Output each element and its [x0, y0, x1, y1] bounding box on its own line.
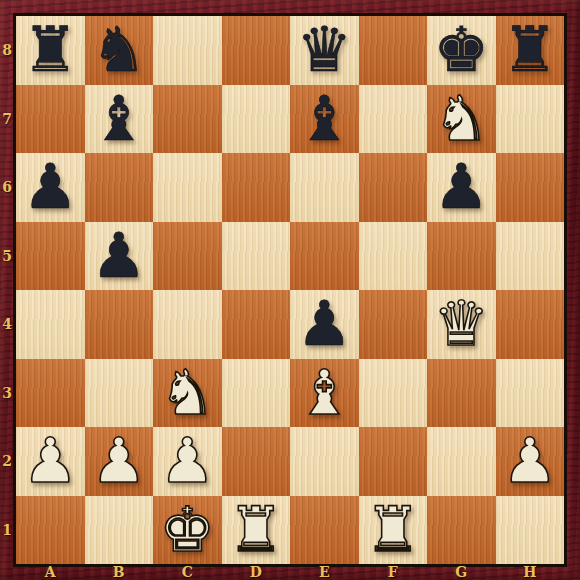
- square-e8[interactable]: ♛: [290, 16, 359, 85]
- square-c3[interactable]: ♞: [153, 359, 222, 428]
- file-label-h: H: [496, 564, 565, 580]
- square-c5[interactable]: [153, 222, 222, 291]
- piece-white-queen[interactable]: ♛: [433, 293, 489, 355]
- rank-label-3: 3: [0, 359, 14, 428]
- square-c1[interactable]: ♚: [153, 496, 222, 565]
- square-c6[interactable]: [153, 153, 222, 222]
- file-label-g: G: [427, 564, 496, 580]
- square-b3[interactable]: [85, 359, 154, 428]
- square-h4[interactable]: [496, 290, 565, 359]
- square-b7[interactable]: ♝: [85, 85, 154, 154]
- square-g7[interactable]: ♞: [427, 85, 496, 154]
- square-b2[interactable]: ♟: [85, 427, 154, 496]
- piece-white-knight[interactable]: ♞: [433, 88, 489, 150]
- piece-white-rook[interactable]: ♜: [365, 499, 421, 561]
- square-b8[interactable]: ♞: [85, 16, 154, 85]
- square-c8[interactable]: [153, 16, 222, 85]
- square-a5[interactable]: [16, 222, 85, 291]
- square-b6[interactable]: [85, 153, 154, 222]
- square-d7[interactable]: [222, 85, 291, 154]
- piece-white-bishop[interactable]: ♝: [296, 362, 352, 424]
- piece-black-bishop[interactable]: ♝: [296, 88, 352, 150]
- piece-black-pawn[interactable]: ♟: [91, 225, 147, 287]
- square-d4[interactable]: [222, 290, 291, 359]
- file-labels: ABCDEFGH: [16, 564, 564, 580]
- file-label-b: B: [85, 564, 154, 580]
- square-b1[interactable]: [85, 496, 154, 565]
- square-h2[interactable]: ♟: [496, 427, 565, 496]
- piece-white-rook[interactable]: ♜: [228, 499, 284, 561]
- square-d6[interactable]: [222, 153, 291, 222]
- rank-label-6: 6: [0, 153, 14, 222]
- square-a1[interactable]: [16, 496, 85, 565]
- piece-black-pawn[interactable]: ♟: [22, 156, 78, 218]
- square-c2[interactable]: ♟: [153, 427, 222, 496]
- square-g1[interactable]: [427, 496, 496, 565]
- piece-white-pawn[interactable]: ♟: [22, 430, 78, 492]
- square-b4[interactable]: [85, 290, 154, 359]
- board-frame: 87654321 ♜♞♛♚♜♝♝♞♟♟♟♟♛♞♝♟♟♟♟♚♜♜ ABCDEFGH: [0, 0, 580, 580]
- square-f5[interactable]: [359, 222, 428, 291]
- square-a7[interactable]: [16, 85, 85, 154]
- square-e4[interactable]: ♟: [290, 290, 359, 359]
- square-h5[interactable]: [496, 222, 565, 291]
- square-g6[interactable]: ♟: [427, 153, 496, 222]
- piece-black-king[interactable]: ♚: [433, 19, 489, 81]
- rank-label-7: 7: [0, 85, 14, 154]
- square-f4[interactable]: [359, 290, 428, 359]
- square-f6[interactable]: [359, 153, 428, 222]
- piece-white-pawn[interactable]: ♟: [502, 430, 558, 492]
- file-label-a: A: [16, 564, 85, 580]
- square-h1[interactable]: [496, 496, 565, 565]
- square-e3[interactable]: ♝: [290, 359, 359, 428]
- piece-black-rook[interactable]: ♜: [502, 19, 558, 81]
- square-f3[interactable]: [359, 359, 428, 428]
- square-f8[interactable]: [359, 16, 428, 85]
- square-a3[interactable]: [16, 359, 85, 428]
- rank-label-2: 2: [0, 427, 14, 496]
- piece-white-pawn[interactable]: ♟: [91, 430, 147, 492]
- file-label-f: F: [359, 564, 428, 580]
- square-a4[interactable]: [16, 290, 85, 359]
- square-f2[interactable]: [359, 427, 428, 496]
- piece-black-bishop[interactable]: ♝: [91, 88, 147, 150]
- square-g2[interactable]: [427, 427, 496, 496]
- square-g3[interactable]: [427, 359, 496, 428]
- square-c7[interactable]: [153, 85, 222, 154]
- square-h3[interactable]: [496, 359, 565, 428]
- square-f1[interactable]: ♜: [359, 496, 428, 565]
- file-label-e: E: [290, 564, 359, 580]
- file-label-d: D: [222, 564, 291, 580]
- square-e5[interactable]: [290, 222, 359, 291]
- rank-labels: 87654321: [0, 16, 14, 564]
- square-b5[interactable]: ♟: [85, 222, 154, 291]
- rank-label-8: 8: [0, 16, 14, 85]
- piece-white-king[interactable]: ♚: [159, 499, 215, 561]
- square-h7[interactable]: [496, 85, 565, 154]
- square-e2[interactable]: [290, 427, 359, 496]
- rank-label-4: 4: [0, 290, 14, 359]
- square-c4[interactable]: [153, 290, 222, 359]
- square-h6[interactable]: [496, 153, 565, 222]
- rank-label-5: 5: [0, 222, 14, 291]
- square-e7[interactable]: ♝: [290, 85, 359, 154]
- square-a8[interactable]: ♜: [16, 16, 85, 85]
- square-d3[interactable]: [222, 359, 291, 428]
- piece-black-knight[interactable]: ♞: [91, 19, 147, 81]
- square-g8[interactable]: ♚: [427, 16, 496, 85]
- piece-white-pawn[interactable]: ♟: [159, 430, 215, 492]
- piece-black-queen[interactable]: ♛: [296, 19, 352, 81]
- square-d2[interactable]: [222, 427, 291, 496]
- piece-black-pawn[interactable]: ♟: [433, 156, 489, 218]
- square-d8[interactable]: [222, 16, 291, 85]
- square-h8[interactable]: ♜: [496, 16, 565, 85]
- chess-board: ♜♞♛♚♜♝♝♞♟♟♟♟♛♞♝♟♟♟♟♚♜♜: [16, 16, 564, 564]
- piece-white-knight[interactable]: ♞: [159, 362, 215, 424]
- square-g4[interactable]: ♛: [427, 290, 496, 359]
- square-e6[interactable]: [290, 153, 359, 222]
- piece-black-rook[interactable]: ♜: [22, 19, 78, 81]
- file-label-c: C: [153, 564, 222, 580]
- square-f7[interactable]: [359, 85, 428, 154]
- square-d1[interactable]: ♜: [222, 496, 291, 565]
- square-a6[interactable]: ♟: [16, 153, 85, 222]
- square-d5[interactable]: [222, 222, 291, 291]
- square-g5[interactable]: [427, 222, 496, 291]
- piece-black-pawn[interactable]: ♟: [296, 293, 352, 355]
- square-a2[interactable]: ♟: [16, 427, 85, 496]
- rank-label-1: 1: [0, 496, 14, 565]
- square-e1[interactable]: [290, 496, 359, 565]
